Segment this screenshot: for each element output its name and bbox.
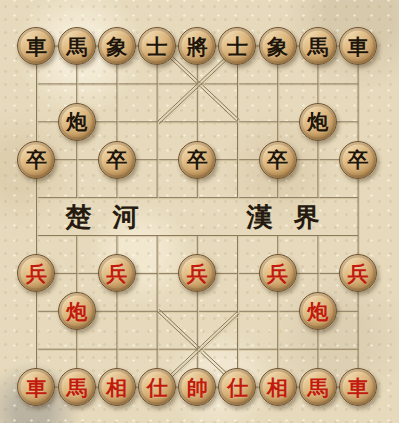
piece-red-cannon[interactable]: 炮 <box>58 292 96 330</box>
piece-black-advisor[interactable]: 士 <box>138 27 176 65</box>
piece-red-chariot[interactable]: 車 <box>17 368 55 406</box>
piece-red-soldier[interactable]: 兵 <box>259 254 297 292</box>
piece-black-chariot[interactable]: 車 <box>17 27 55 65</box>
piece-red-soldier[interactable]: 兵 <box>98 254 136 292</box>
piece-black-general[interactable]: 將 <box>178 27 216 65</box>
piece-red-advisor[interactable]: 仕 <box>138 368 176 406</box>
piece-red-soldier[interactable]: 兵 <box>339 254 377 292</box>
piece-red-elephant[interactable]: 相 <box>98 368 136 406</box>
piece-black-cannon[interactable]: 炮 <box>299 103 337 141</box>
piece-black-cannon[interactable]: 炮 <box>58 103 96 141</box>
piece-black-soldier[interactable]: 卒 <box>17 141 55 179</box>
piece-red-soldier[interactable]: 兵 <box>178 254 216 292</box>
piece-red-chariot[interactable]: 車 <box>339 368 377 406</box>
river-label-right: 漢 界 <box>246 200 325 235</box>
piece-red-elephant[interactable]: 相 <box>259 368 297 406</box>
xiangqi-board: 車馬象士將士象馬車炮炮卒卒卒卒卒兵兵兵兵兵炮炮車馬相仕帥仕相馬車 楚 河 漢 界 <box>0 0 399 423</box>
piece-red-general[interactable]: 帥 <box>178 368 216 406</box>
piece-black-soldier[interactable]: 卒 <box>98 141 136 179</box>
piece-red-soldier[interactable]: 兵 <box>17 254 55 292</box>
piece-black-horse[interactable]: 馬 <box>58 27 96 65</box>
piece-black-advisor[interactable]: 士 <box>218 27 256 65</box>
piece-black-soldier[interactable]: 卒 <box>339 141 377 179</box>
piece-black-soldier[interactable]: 卒 <box>178 141 216 179</box>
piece-red-advisor[interactable]: 仕 <box>218 368 256 406</box>
piece-black-horse[interactable]: 馬 <box>299 27 337 65</box>
piece-black-elephant[interactable]: 象 <box>259 27 297 65</box>
piece-black-elephant[interactable]: 象 <box>98 27 136 65</box>
river-label-left: 楚 河 <box>65 200 144 235</box>
piece-red-horse[interactable]: 馬 <box>58 368 96 406</box>
piece-red-horse[interactable]: 馬 <box>299 368 337 406</box>
piece-red-cannon[interactable]: 炮 <box>299 292 337 330</box>
piece-black-chariot[interactable]: 車 <box>339 27 377 65</box>
piece-black-soldier[interactable]: 卒 <box>259 141 297 179</box>
